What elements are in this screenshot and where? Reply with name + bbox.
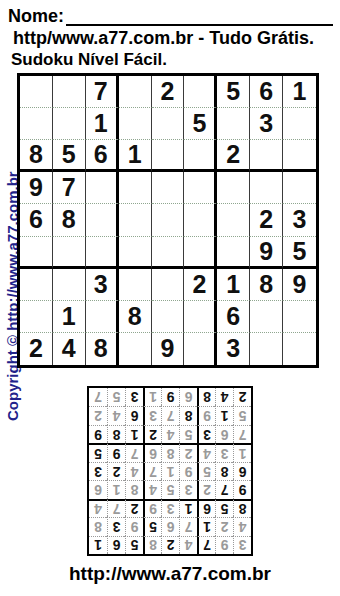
sudoku-worksheet-page: Nome: http/www.a77.com.br - Tudo Grátis.… <box>0 0 340 596</box>
solution-cell-r5c6: 7 <box>143 462 161 480</box>
puzzle-cell-r3c3: 6 <box>86 140 119 172</box>
puzzle-cell-r2c7 <box>217 108 250 140</box>
puzzle-cell-r9c8 <box>250 333 283 365</box>
puzzle-cell-r3c1: 8 <box>20 140 53 172</box>
puzzle-cell-r8c3 <box>86 301 119 333</box>
solution-cell-r1c3: 7 <box>197 536 215 554</box>
puzzle-cell-r2c6: 5 <box>184 108 217 140</box>
solution-cell-r5c2: 8 <box>215 462 233 480</box>
puzzle-cell-r7c4 <box>119 269 152 301</box>
puzzle-cell-r4c5 <box>152 172 185 204</box>
solution-cell-r7c9: 9 <box>89 425 107 443</box>
puzzle-cell-r6c5 <box>152 237 185 269</box>
puzzle-cell-r6c2 <box>53 237 86 269</box>
solution-cell-r4c8: 1 <box>107 480 125 498</box>
puzzle-cell-r1c4 <box>119 76 152 108</box>
puzzle-cell-r5c2: 8 <box>53 204 86 236</box>
puzzle-cell-r4c9 <box>283 172 316 204</box>
solution-cell-r2c9: 8 <box>89 517 107 535</box>
puzzle-cell-r9c6 <box>184 333 217 365</box>
puzzle-cell-r1c3: 7 <box>86 76 119 108</box>
puzzle-cell-r8c8 <box>250 301 283 333</box>
solution-cell-r1c5: 2 <box>161 536 179 554</box>
puzzle-cell-r6c7 <box>217 237 250 269</box>
puzzle-cell-r9c3: 8 <box>86 333 119 365</box>
puzzle-cell-r6c3 <box>86 237 119 269</box>
puzzle-cell-r8c4: 8 <box>119 301 152 333</box>
page-title: Sudoku Nível Fácil. <box>11 50 167 70</box>
puzzle-cell-r7c1 <box>20 269 53 301</box>
puzzle-cell-r9c5: 9 <box>152 333 185 365</box>
puzzle-cell-r7c5 <box>152 269 185 301</box>
solution-cell-r3c3: 6 <box>197 499 215 517</box>
puzzle-cell-r5c3 <box>86 204 119 236</box>
solution-cell-r5c1: 6 <box>233 462 251 480</box>
puzzle-cell-r5c4 <box>119 204 152 236</box>
solution-cell-r1c9: 1 <box>89 536 107 554</box>
solution-cell-r9c2: 4 <box>215 388 233 406</box>
puzzle-cell-r8c7: 6 <box>217 301 250 333</box>
solution-cell-r9c4: 6 <box>179 388 197 406</box>
puzzle-cell-r2c4 <box>119 108 152 140</box>
puzzle-cell-r4c8 <box>250 172 283 204</box>
solution-cell-r3c5: 3 <box>161 499 179 517</box>
puzzle-cell-r4c2: 7 <box>53 172 86 204</box>
puzzle-cell-r5c7 <box>217 204 250 236</box>
solution-cell-r5c8: 2 <box>107 462 125 480</box>
solution-cell-r9c3: 8 <box>197 388 215 406</box>
solution-cell-r8c2: 1 <box>215 406 233 424</box>
solution-cell-r3c9: 4 <box>89 499 107 517</box>
puzzle-cell-r4c4 <box>119 172 152 204</box>
solution-cell-r8c6: 3 <box>143 406 161 424</box>
solution-cell-r5c4: 9 <box>179 462 197 480</box>
solution-cell-r9c9: 7 <box>89 388 107 406</box>
puzzle-cell-r7c2 <box>53 269 86 301</box>
puzzle-cell-r2c9 <box>283 108 316 140</box>
puzzle-cell-r9c9 <box>283 333 316 365</box>
solution-cell-r9c5: 9 <box>161 388 179 406</box>
solution-cell-r2c6: 5 <box>143 517 161 535</box>
solution-cell-r2c3: 1 <box>197 517 215 535</box>
solution-cell-r5c5: 1 <box>161 462 179 480</box>
puzzle-cell-r1c7: 5 <box>217 76 250 108</box>
solution-cell-r1c1: 3 <box>233 536 251 554</box>
puzzle-cell-r7c9: 9 <box>283 269 316 301</box>
solution-cell-r4c9: 6 <box>89 480 107 498</box>
solution-cell-r1c2: 9 <box>215 536 233 554</box>
solution-cell-r7c8: 8 <box>107 425 125 443</box>
solution-cell-r8c8: 4 <box>107 406 125 424</box>
solution-cell-r7c4: 5 <box>179 425 197 443</box>
puzzle-cell-r2c2 <box>53 108 86 140</box>
solution-cell-r8c5: 7 <box>161 406 179 424</box>
solution-cell-r6c6: 6 <box>143 443 161 461</box>
puzzle-cell-r2c5 <box>152 108 185 140</box>
puzzle-cell-r3c4: 1 <box>119 140 152 172</box>
solution-cell-r6c1: 1 <box>233 443 251 461</box>
puzzle-cell-r1c8: 6 <box>250 76 283 108</box>
solution-cell-r3c4: 1 <box>179 499 197 517</box>
solution-cell-r6c2: 3 <box>215 443 233 461</box>
solution-cell-r3c2: 5 <box>215 499 233 517</box>
puzzle-cell-r5c1: 6 <box>20 204 53 236</box>
solution-cell-r2c8: 3 <box>107 517 125 535</box>
puzzle-cell-r3c9 <box>283 140 316 172</box>
solution-cell-r8c4: 8 <box>179 406 197 424</box>
puzzle-cell-r8c1 <box>20 301 53 333</box>
solution-cell-r9c7: 3 <box>125 388 143 406</box>
solution-cell-r7c7: 1 <box>125 425 143 443</box>
solution-cell-r5c3: 5 <box>197 462 215 480</box>
puzzle-cell-r5c9: 3 <box>283 204 316 236</box>
name-blank-line <box>66 5 333 26</box>
solution-cell-r6c7: 7 <box>125 443 143 461</box>
puzzle-cell-r4c1: 9 <box>20 172 53 204</box>
solution-cell-r8c1: 5 <box>233 406 251 424</box>
puzzle-cell-r8c6 <box>184 301 217 333</box>
solution-cell-r2c1: 4 <box>233 517 251 535</box>
name-label: Nome: <box>8 6 64 26</box>
solution-cell-r3c6: 9 <box>143 499 161 517</box>
puzzle-cell-r6c4 <box>119 237 152 269</box>
solution-cell-r2c7: 9 <box>125 517 143 535</box>
solution-cell-r1c7: 5 <box>125 536 143 554</box>
footer-url: http://www.a77.com.br <box>0 563 340 585</box>
puzzle-cell-r5c8: 2 <box>250 204 283 236</box>
puzzle-cell-r3c6 <box>184 140 217 172</box>
solution-cell-r1c6: 8 <box>143 536 161 554</box>
solution-cell-r6c9: 5 <box>89 443 107 461</box>
solution-cell-r5c9: 3 <box>89 462 107 480</box>
solution-cell-r1c8: 6 <box>107 536 125 554</box>
puzzle-cell-r7c8: 8 <box>250 269 283 301</box>
solution-cell-r4c5: 5 <box>161 480 179 498</box>
puzzle-cell-r7c6: 2 <box>184 269 217 301</box>
puzzle-cell-r1c5: 2 <box>152 76 185 108</box>
solution-cell-r4c7: 8 <box>125 480 143 498</box>
solution-cell-r6c4: 2 <box>179 443 197 461</box>
puzzle-cell-r7c7: 1 <box>217 269 250 301</box>
puzzle-cell-r6c1 <box>20 237 53 269</box>
solution-cell-r4c4: 3 <box>179 480 197 498</box>
solution-cell-r7c1: 7 <box>233 425 251 443</box>
puzzle-cell-r1c2 <box>53 76 86 108</box>
solution-cell-r9c8: 5 <box>107 388 125 406</box>
puzzle-cell-r9c2: 4 <box>53 333 86 365</box>
solution-cell-r6c8: 9 <box>107 443 125 461</box>
puzzle-cell-r4c6 <box>184 172 217 204</box>
puzzle-cell-r6c6 <box>184 237 217 269</box>
solution-cell-r7c5: 4 <box>161 425 179 443</box>
name-row: Nome: <box>8 5 333 26</box>
solution-cell-r6c5: 8 <box>161 443 179 461</box>
puzzle-cell-r6c8: 9 <box>250 237 283 269</box>
site-header-text: http/www.a77.com.br - Tudo Grátis. <box>13 28 314 49</box>
solution-cell-r2c4: 7 <box>179 517 197 535</box>
puzzle-cell-r8c5 <box>152 301 185 333</box>
puzzle-cell-r1c9: 1 <box>283 76 316 108</box>
puzzle-cell-r7c3: 3 <box>86 269 119 301</box>
solution-cell-r8c9: 2 <box>89 406 107 424</box>
puzzle-cell-r5c5 <box>152 204 185 236</box>
solution-cell-r7c6: 2 <box>143 425 161 443</box>
puzzle-cell-r3c5 <box>152 140 185 172</box>
puzzle-cell-r2c1 <box>20 108 53 140</box>
puzzle-cell-r8c9 <box>283 301 316 333</box>
puzzle-cell-r2c8: 3 <box>250 108 283 140</box>
solution-cell-r9c1: 2 <box>233 388 251 406</box>
puzzle-cell-r9c1: 2 <box>20 333 53 365</box>
puzzle-cell-r3c7: 2 <box>217 140 250 172</box>
solution-cell-r9c6: 1 <box>143 388 161 406</box>
puzzle-cell-r4c3 <box>86 172 119 204</box>
puzzle-cell-r9c4 <box>119 333 152 365</box>
solution-cell-r2c5: 6 <box>161 517 179 535</box>
sudoku-puzzle-grid: 7256115385612976823953218918624893 <box>17 73 319 368</box>
solution-cell-r7c3: 3 <box>197 425 215 443</box>
puzzle-cell-r4c7 <box>217 172 250 204</box>
solution-cell-r4c1: 9 <box>233 480 251 498</box>
solution-cell-r8c7: 6 <box>125 406 143 424</box>
solution-cell-r8c3: 9 <box>197 406 215 424</box>
solution-cell-r2c2: 2 <box>215 517 233 535</box>
solution-cell-r1c4: 4 <box>179 536 197 554</box>
puzzle-cell-r8c2: 1 <box>53 301 86 333</box>
puzzle-cell-r1c6 <box>184 76 217 108</box>
solution-cell-r4c6: 4 <box>143 480 161 498</box>
solution-cell-r6c3: 4 <box>197 443 215 461</box>
puzzle-cell-r3c8 <box>250 140 283 172</box>
solution-cell-r7c2: 6 <box>215 425 233 443</box>
solution-cell-r4c3: 2 <box>197 480 215 498</box>
puzzle-cell-r5c6 <box>184 204 217 236</box>
solution-cell-r3c8: 7 <box>107 499 125 517</box>
puzzle-cell-r9c7: 3 <box>217 333 250 365</box>
puzzle-cell-r6c9: 5 <box>283 237 316 269</box>
puzzle-cell-r3c2: 5 <box>53 140 86 172</box>
solution-cell-r3c1: 8 <box>233 499 251 517</box>
solution-cell-r5c7: 4 <box>125 462 143 480</box>
sudoku-solution-grid-rotated: 3974285614217659388561392749723548166859… <box>87 386 253 556</box>
puzzle-cell-r2c3: 1 <box>86 108 119 140</box>
solution-cell-r3c7: 2 <box>125 499 143 517</box>
puzzle-cell-r1c1 <box>20 76 53 108</box>
solution-cell-r4c2: 7 <box>215 480 233 498</box>
